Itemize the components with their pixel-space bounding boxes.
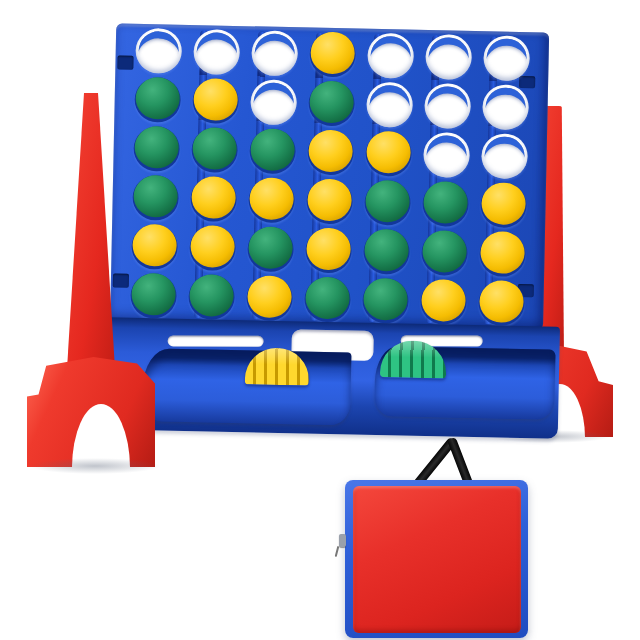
cell-r3c4 <box>307 130 354 176</box>
cell-r5c3 <box>247 226 294 272</box>
cell-r1c3 <box>251 30 298 76</box>
left-foot-shadow <box>30 458 160 474</box>
cell-r1c7 <box>483 35 530 81</box>
cell-r5c5 <box>363 229 410 275</box>
left-foot <box>27 357 155 467</box>
cell-r1c5 <box>367 33 414 79</box>
cell-r6c4 <box>304 276 351 322</box>
green-disc <box>131 273 176 316</box>
rail-slot-left <box>168 335 264 346</box>
empty-hole <box>370 36 411 76</box>
cell-r3c2 <box>191 127 238 173</box>
yellow-disc <box>310 32 355 75</box>
green-disc <box>135 77 180 120</box>
green-disc <box>309 81 354 124</box>
cell-r5c1 <box>131 224 178 270</box>
cell-r6c1 <box>130 273 177 319</box>
cell-r3c3 <box>249 128 296 174</box>
yellow-disc <box>306 228 351 271</box>
green-disc <box>364 229 409 272</box>
connect-four-board <box>110 23 549 329</box>
bottom-rail <box>102 317 560 439</box>
cell-r4c6 <box>422 181 469 227</box>
cell-r1c2 <box>193 29 240 75</box>
cell-r4c2 <box>190 176 237 222</box>
green-disc <box>192 127 237 170</box>
bag-front-panel <box>353 486 521 633</box>
cell-r2c7 <box>482 84 529 130</box>
cell-r4c7 <box>480 182 527 228</box>
cell-r3c5 <box>365 131 412 177</box>
yellow-disc <box>191 176 236 219</box>
cell-r4c5 <box>364 180 411 226</box>
cell-r6c7 <box>478 280 525 326</box>
yellow-disc <box>132 224 177 267</box>
frame-notch-top-left <box>117 56 133 70</box>
green-disc <box>305 277 350 320</box>
cell-r2c4 <box>308 81 355 127</box>
cell-r3c6 <box>423 132 470 178</box>
cell-r4c3 <box>248 177 295 223</box>
empty-hole <box>486 38 527 78</box>
board-grid <box>130 28 530 326</box>
cell-r2c3 <box>250 79 297 125</box>
cell-r1c6 <box>425 34 472 80</box>
empty-hole <box>254 33 295 73</box>
empty-hole <box>369 85 410 125</box>
yellow-disc <box>308 130 353 173</box>
empty-hole <box>427 86 468 126</box>
yellow-disc <box>307 179 352 222</box>
disc-tray-left <box>142 348 351 425</box>
cell-r5c6 <box>421 230 468 276</box>
empty-hole <box>196 32 237 72</box>
cell-r6c5 <box>362 278 409 324</box>
cell-r2c1 <box>134 77 181 123</box>
cell-r1c1 <box>135 28 182 74</box>
cell-r5c7 <box>479 231 526 277</box>
yellow-disc <box>247 275 292 318</box>
green-disc <box>422 230 467 273</box>
cell-r2c5 <box>366 82 413 128</box>
empty-hole <box>138 31 179 71</box>
cell-r4c1 <box>132 175 179 221</box>
cell-r6c2 <box>188 274 235 320</box>
green-disc <box>365 180 410 223</box>
yellow-disc <box>190 225 235 268</box>
cell-r6c6 <box>420 279 467 325</box>
cell-r5c2 <box>189 225 236 271</box>
cell-r3c7 <box>481 133 528 179</box>
empty-hole <box>484 136 525 176</box>
green-disc <box>248 226 293 269</box>
empty-hole <box>428 37 469 77</box>
cell-r2c6 <box>424 83 471 129</box>
cell-r1c4 <box>309 32 356 78</box>
green-disc <box>423 181 468 224</box>
yellow-disc <box>480 231 525 274</box>
product-photo <box>0 0 640 640</box>
carry-bag <box>345 480 528 638</box>
green-disc <box>189 274 234 317</box>
empty-hole <box>485 87 526 127</box>
empty-hole <box>253 82 294 122</box>
cell-r5c4 <box>305 227 352 273</box>
frame-notch-bottom-left <box>113 273 129 287</box>
cell-r2c2 <box>192 78 239 124</box>
green-disc <box>363 278 408 321</box>
green-disc <box>134 126 179 169</box>
yellow-disc <box>479 280 524 323</box>
yellow-disc <box>193 78 238 121</box>
green-disc <box>250 128 295 171</box>
yellow-disc <box>249 177 294 220</box>
cell-r3c1 <box>133 126 180 172</box>
green-disc <box>133 175 178 218</box>
zipper-pull-icon <box>339 534 346 547</box>
empty-hole <box>426 135 467 175</box>
yellow-disc <box>421 279 466 322</box>
yellow-disc <box>366 131 411 174</box>
cell-r6c3 <box>246 275 293 321</box>
yellow-disc <box>481 182 526 225</box>
cell-r4c4 <box>306 179 353 225</box>
